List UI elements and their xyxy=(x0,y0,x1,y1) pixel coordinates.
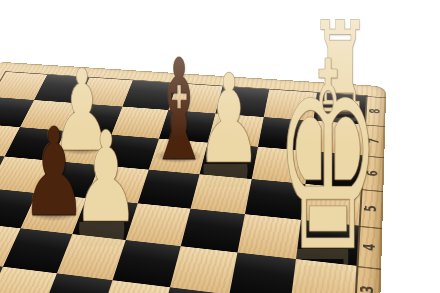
square-g4[interactable] xyxy=(237,214,300,259)
square-h3[interactable] xyxy=(291,259,357,293)
chess-board: 87654321 xyxy=(0,62,386,293)
square-e4[interactable] xyxy=(126,203,191,246)
square-e5[interactable] xyxy=(138,170,200,209)
rank-label-5: 5 xyxy=(359,189,384,228)
square-f4[interactable] xyxy=(181,209,245,253)
square-e8[interactable] xyxy=(168,83,222,113)
rank-label-8: 8 xyxy=(364,96,386,126)
square-g6[interactable] xyxy=(252,147,310,184)
square-f3[interactable] xyxy=(170,246,237,293)
square-f7[interactable] xyxy=(208,113,264,146)
square-e3[interactable] xyxy=(113,240,181,287)
square-f5[interactable] xyxy=(191,174,252,214)
square-h6[interactable] xyxy=(305,151,362,189)
square-g7[interactable] xyxy=(258,117,313,151)
square-f8[interactable] xyxy=(215,86,269,117)
square-g3[interactable] xyxy=(229,253,296,293)
square-h5[interactable] xyxy=(301,184,361,226)
square-g5[interactable] xyxy=(245,179,306,220)
square-f6[interactable] xyxy=(200,143,258,179)
rank-label-6: 6 xyxy=(361,155,385,191)
square-h8[interactable] xyxy=(313,93,366,125)
chess-photo-scene: 87654321 ♜♟♟♚ ♜♟♝♟♟♟♚ xyxy=(0,0,440,293)
square-e6[interactable] xyxy=(149,139,208,175)
square-g8[interactable] xyxy=(264,90,317,121)
rank-label-3: 3 xyxy=(354,266,381,293)
rank-label-7: 7 xyxy=(363,125,386,158)
rank-label-4: 4 xyxy=(356,226,382,269)
square-e7[interactable] xyxy=(159,110,215,143)
square-h7[interactable] xyxy=(310,121,365,156)
square-h4[interactable] xyxy=(296,220,359,266)
board-squares-grid xyxy=(0,72,366,293)
